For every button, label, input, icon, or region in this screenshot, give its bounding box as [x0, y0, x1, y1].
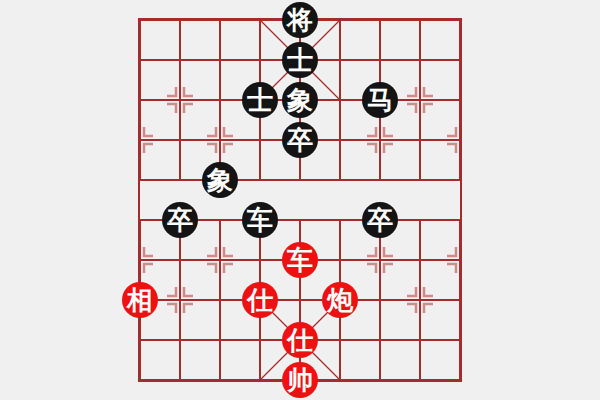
board-cell	[180, 100, 220, 140]
board-cell	[140, 100, 180, 140]
board-cell	[180, 260, 220, 300]
board-cell	[140, 60, 180, 100]
piece-black-elephant-2[interactable]: 象	[202, 162, 238, 198]
board-cell	[420, 220, 460, 260]
board-cell	[340, 340, 380, 380]
board-cell	[180, 340, 220, 380]
piece-red-general[interactable]: 帅	[282, 362, 318, 398]
board-cell	[180, 300, 220, 340]
piece-black-pawn-2[interactable]: 卒	[162, 202, 198, 238]
board-cell	[140, 340, 180, 380]
board-cell	[180, 20, 220, 60]
piece-red-advisor-2[interactable]: 仕	[282, 322, 318, 358]
board-cell	[380, 260, 420, 300]
piece-black-advisor-2[interactable]: 士	[242, 82, 278, 118]
piece-black-advisor-1[interactable]: 士	[282, 42, 318, 78]
board-cell	[420, 100, 460, 140]
piece-red-advisor-1[interactable]: 仕	[242, 282, 278, 318]
board-cell	[220, 340, 260, 380]
piece-red-cannon[interactable]: 炮	[322, 282, 358, 318]
board-cell	[340, 20, 380, 60]
piece-red-chariot[interactable]: 车	[282, 242, 318, 278]
piece-black-chariot[interactable]: 车	[242, 202, 278, 238]
board-cell	[380, 20, 420, 60]
board-cell	[140, 20, 180, 60]
board-cell	[420, 20, 460, 60]
board-cell	[180, 60, 220, 100]
board-cell	[300, 180, 340, 220]
board-cell	[420, 140, 460, 180]
board-cell	[340, 140, 380, 180]
board-cell	[420, 300, 460, 340]
xiangqi-board: 将士士象马卒象卒车卒车相仕炮仕帅	[140, 20, 460, 380]
board-cell	[140, 140, 180, 180]
piece-black-horse[interactable]: 马	[362, 82, 398, 118]
board-cell	[420, 340, 460, 380]
piece-black-pawn-1[interactable]: 卒	[282, 122, 318, 158]
piece-red-elephant[interactable]: 相	[122, 282, 158, 318]
board-cell	[420, 60, 460, 100]
board-cell	[420, 180, 460, 220]
piece-black-pawn-3[interactable]: 卒	[362, 202, 398, 238]
board-cell	[380, 340, 420, 380]
board-cell	[380, 140, 420, 180]
piece-black-general[interactable]: 将	[282, 2, 318, 38]
board-cell	[420, 260, 460, 300]
board-cell	[220, 20, 260, 60]
screenshot-root: 将士士象马卒象卒车卒车相仕炮仕帅	[0, 0, 600, 400]
board-cell	[380, 300, 420, 340]
piece-black-elephant-1[interactable]: 象	[282, 82, 318, 118]
